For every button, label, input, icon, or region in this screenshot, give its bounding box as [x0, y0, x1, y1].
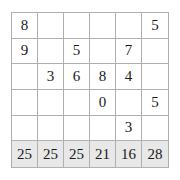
empty-fill-cell[interactable]	[38, 13, 64, 39]
empty-fill-cell[interactable]	[38, 116, 64, 142]
empty-fill-cell[interactable]	[142, 116, 168, 142]
puzzle-grid: 859573684053252525211628	[11, 12, 169, 168]
column-sum-cell: 25	[12, 141, 38, 167]
empty-fill-cell[interactable]	[12, 64, 38, 90]
empty-fill-cell[interactable]	[90, 116, 116, 142]
empty-fill-cell[interactable]	[116, 90, 142, 116]
column-sum-cell: 25	[38, 141, 64, 167]
empty-fill-cell[interactable]	[12, 90, 38, 116]
given-digit-cell: 0	[90, 90, 116, 116]
given-digit-cell: 5	[142, 90, 168, 116]
given-digit-cell: 5	[142, 13, 168, 39]
given-digit-cell: 3	[38, 64, 64, 90]
given-digit-cell: 8	[90, 64, 116, 90]
empty-fill-cell[interactable]	[64, 116, 90, 142]
column-sum-cell: 28	[142, 141, 168, 167]
given-digit-cell: 3	[116, 116, 142, 142]
column-sum-cell: 16	[116, 141, 142, 167]
column-sum-cell: 21	[90, 141, 116, 167]
given-digit-cell: 6	[64, 64, 90, 90]
empty-fill-cell[interactable]	[90, 39, 116, 65]
given-digit-cell: 8	[12, 13, 38, 39]
empty-fill-cell[interactable]	[12, 116, 38, 142]
given-digit-cell: 4	[116, 64, 142, 90]
empty-fill-cell[interactable]	[64, 13, 90, 39]
empty-fill-cell[interactable]	[38, 90, 64, 116]
given-digit-cell: 5	[64, 39, 90, 65]
empty-fill-cell[interactable]	[64, 90, 90, 116]
given-digit-cell: 9	[12, 39, 38, 65]
empty-fill-cell[interactable]	[116, 13, 142, 39]
column-sum-cell: 25	[64, 141, 90, 167]
given-digit-cell: 7	[116, 39, 142, 65]
empty-fill-cell[interactable]	[90, 13, 116, 39]
empty-fill-cell[interactable]	[38, 39, 64, 65]
empty-fill-cell[interactable]	[142, 39, 168, 65]
empty-fill-cell[interactable]	[142, 64, 168, 90]
